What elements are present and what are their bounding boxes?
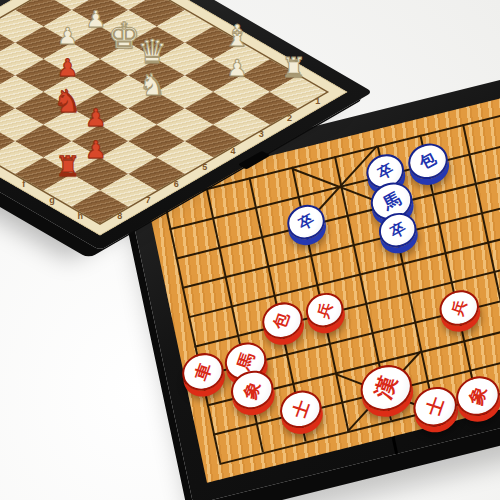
soldier-glyph: 兵 bbox=[448, 297, 471, 317]
rank-label-8-text: 8 bbox=[109, 211, 129, 225]
rank-label-5-text: 5 bbox=[194, 162, 214, 176]
elephant-glyph: 象 bbox=[464, 383, 492, 408]
rank-label-6-text: 6 bbox=[166, 178, 186, 192]
soldier-glyph: 卒 bbox=[374, 159, 396, 183]
file-label-e-text: e bbox=[0, 162, 6, 176]
janggi-fold-seam bbox=[391, 436, 398, 454]
janggi-file-line-8 bbox=[462, 124, 500, 389]
red-pawn-glyph: ♟ bbox=[0, 53, 15, 117]
soldier-glyph: 卒 bbox=[387, 218, 409, 242]
red-cannon-disc: 包 bbox=[258, 298, 305, 343]
janggi-file-line-2 bbox=[206, 188, 264, 453]
rank-label-2-text: 2 bbox=[279, 113, 299, 127]
white-knight-glyph: ♞ bbox=[120, 53, 184, 117]
photo-stage: 卒包卒馬卒車馬包兵兵象士漢士象 12345678abcdefgh ♚♛♜♝♞♟♟… bbox=[0, 0, 500, 500]
rank-label-3-text: 3 bbox=[251, 129, 271, 143]
white-rook-glyph: ♜ bbox=[262, 36, 326, 100]
cannon-glyph: 包 bbox=[269, 310, 294, 332]
chariot-glyph: 車 bbox=[189, 360, 216, 383]
white-pawn-glyph: ♟ bbox=[205, 36, 269, 100]
red-pawn-glyph: ♟ bbox=[64, 118, 128, 182]
file-label-h-text: h bbox=[71, 211, 91, 225]
blue-cannon-disc: 包 bbox=[405, 139, 451, 183]
red-soldier-2-disc: 兵 bbox=[436, 286, 482, 330]
guard-glyph: 士 bbox=[287, 397, 314, 420]
red-guard-1-disc: 士 bbox=[276, 386, 324, 432]
soldier-glyph: 卒 bbox=[295, 210, 317, 234]
rank-label-4-text: 4 bbox=[223, 145, 243, 159]
rank-label-7-text: 7 bbox=[138, 195, 158, 209]
file-label-f-text: f bbox=[14, 178, 34, 192]
guard-glyph: 士 bbox=[421, 394, 449, 419]
red-soldier-1-disc: 兵 bbox=[303, 289, 347, 331]
horse-glyph: 馬 bbox=[232, 349, 259, 372]
horse-glyph: 馬 bbox=[379, 187, 404, 216]
soldier-glyph: 兵 bbox=[313, 300, 336, 320]
han-general-glyph: 漢 bbox=[368, 372, 403, 402]
cannon-glyph: 包 bbox=[416, 148, 440, 174]
elephant-glyph: 象 bbox=[238, 378, 265, 401]
